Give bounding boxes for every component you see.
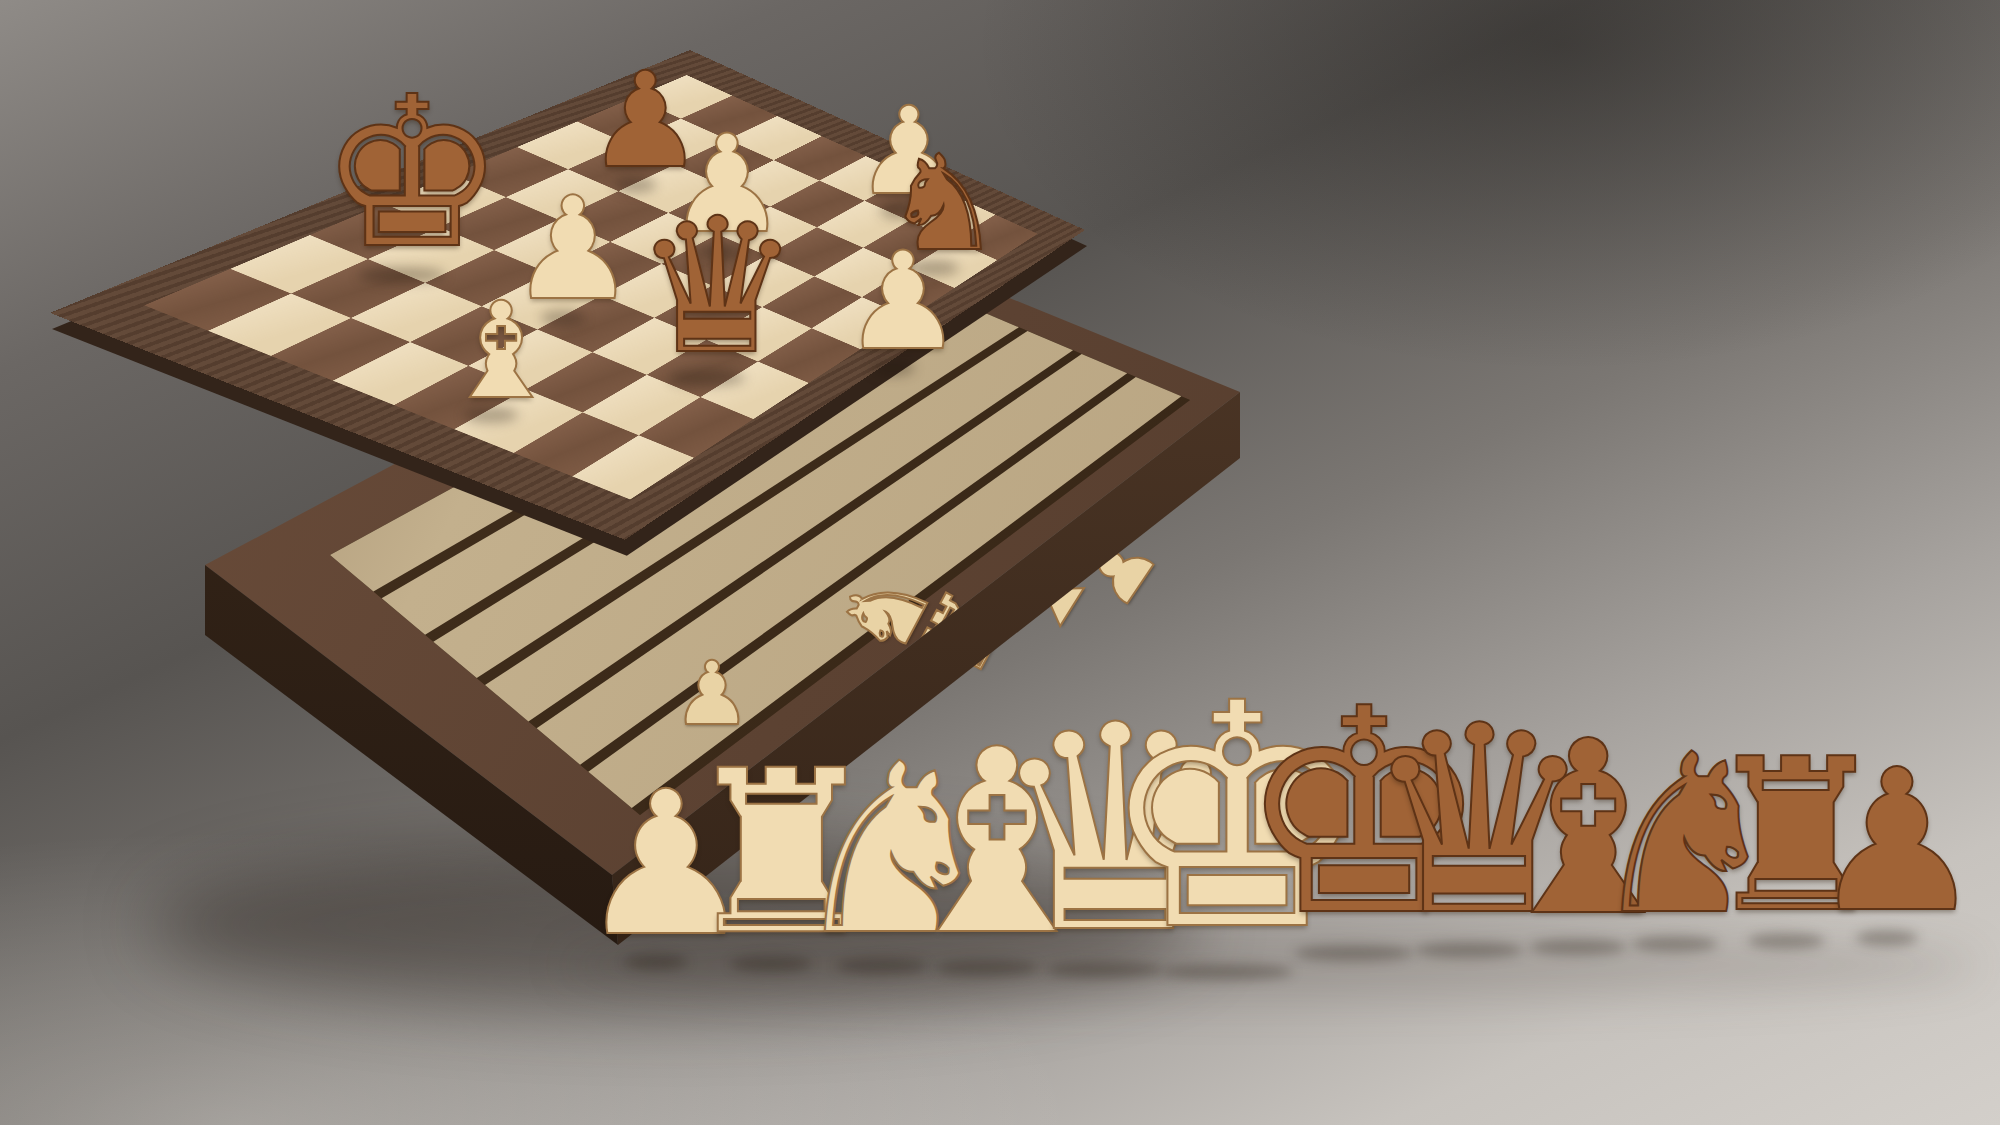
chess-set-product-photo: ♟♞♜♝♟ ♚♟♟♟♛♝♟♞♟ ♟♜♞♝♛♚♚♛♝♞♜♟ xyxy=(0,0,2000,1125)
white-pawn-on-f8[interactable]: ♟ xyxy=(843,235,964,370)
brown-pawn-lineup[interactable]: ♟ xyxy=(1809,744,1985,940)
brown-queen-on-d5[interactable]: ♛ xyxy=(633,194,800,380)
brown-king-on-d1[interactable]: ♚ xyxy=(319,69,506,277)
white-bishop-on-a5[interactable]: ♝ xyxy=(441,284,561,417)
